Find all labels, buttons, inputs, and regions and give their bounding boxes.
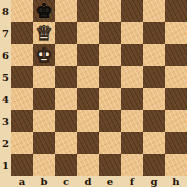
square-f3[interactable] xyxy=(121,110,143,132)
chess-board: ♚♛♚ xyxy=(11,0,187,176)
square-e7[interactable] xyxy=(99,22,121,44)
square-e5[interactable] xyxy=(99,66,121,88)
square-d1[interactable] xyxy=(77,154,99,176)
square-b6[interactable]: ♚ xyxy=(33,44,55,66)
file-label-d: d xyxy=(77,176,99,187)
file-labels: abcdefgh xyxy=(11,176,187,187)
square-e3[interactable] xyxy=(99,110,121,132)
square-b8[interactable]: ♚ xyxy=(33,0,55,22)
square-g7[interactable] xyxy=(143,22,165,44)
square-g8[interactable] xyxy=(143,0,165,22)
square-a7[interactable] xyxy=(11,22,33,44)
square-b1[interactable] xyxy=(33,154,55,176)
square-c8[interactable] xyxy=(55,0,77,22)
square-g5[interactable] xyxy=(143,66,165,88)
square-f2[interactable] xyxy=(121,132,143,154)
file-label-g: g xyxy=(143,176,165,187)
file-label-a: a xyxy=(11,176,33,187)
square-g4[interactable] xyxy=(143,88,165,110)
square-b2[interactable] xyxy=(33,132,55,154)
rank-label-3: 3 xyxy=(0,110,11,132)
square-b4[interactable] xyxy=(33,88,55,110)
square-b7[interactable]: ♛ xyxy=(33,22,55,44)
square-c3[interactable] xyxy=(55,110,77,132)
square-c5[interactable] xyxy=(55,66,77,88)
rank-labels: 87654321 xyxy=(0,0,11,176)
square-d8[interactable] xyxy=(77,0,99,22)
file-label-f: f xyxy=(121,176,143,187)
chess-board-window: 87654321 ♚♛♚ abcdefgh xyxy=(0,0,187,187)
file-label-e: e xyxy=(99,176,121,187)
square-h3[interactable] xyxy=(165,110,187,132)
square-c1[interactable] xyxy=(55,154,77,176)
square-e4[interactable] xyxy=(99,88,121,110)
square-e1[interactable] xyxy=(99,154,121,176)
square-d2[interactable] xyxy=(77,132,99,154)
rank-label-4: 4 xyxy=(0,88,11,110)
rank-label-2: 2 xyxy=(0,132,11,154)
square-d5[interactable] xyxy=(77,66,99,88)
square-f8[interactable] xyxy=(121,0,143,22)
square-d7[interactable] xyxy=(77,22,99,44)
square-a2[interactable] xyxy=(11,132,33,154)
square-c7[interactable] xyxy=(55,22,77,44)
square-f4[interactable] xyxy=(121,88,143,110)
square-c4[interactable] xyxy=(55,88,77,110)
square-a4[interactable] xyxy=(11,88,33,110)
square-a5[interactable] xyxy=(11,66,33,88)
square-h5[interactable] xyxy=(165,66,187,88)
square-a1[interactable] xyxy=(11,154,33,176)
square-f7[interactable] xyxy=(121,22,143,44)
black-king[interactable]: ♚ xyxy=(33,0,55,22)
square-g2[interactable] xyxy=(143,132,165,154)
square-h2[interactable] xyxy=(165,132,187,154)
square-d6[interactable] xyxy=(77,44,99,66)
square-a3[interactable] xyxy=(11,110,33,132)
rank-label-7: 7 xyxy=(0,22,11,44)
square-g3[interactable] xyxy=(143,110,165,132)
rank-label-6: 6 xyxy=(0,44,11,66)
file-label-h: h xyxy=(165,176,187,187)
square-c6[interactable] xyxy=(55,44,77,66)
square-b5[interactable] xyxy=(33,66,55,88)
white-queen[interactable]: ♛ xyxy=(33,22,55,44)
square-a6[interactable] xyxy=(11,44,33,66)
square-h4[interactable] xyxy=(165,88,187,110)
square-f1[interactable] xyxy=(121,154,143,176)
square-f5[interactable] xyxy=(121,66,143,88)
square-h7[interactable] xyxy=(165,22,187,44)
file-label-c: c xyxy=(55,176,77,187)
square-h6[interactable] xyxy=(165,44,187,66)
square-c2[interactable] xyxy=(55,132,77,154)
square-e8[interactable] xyxy=(99,0,121,22)
square-g6[interactable] xyxy=(143,44,165,66)
rank-label-1: 1 xyxy=(0,154,11,176)
rank-label-8: 8 xyxy=(0,0,11,22)
file-label-b: b xyxy=(33,176,55,187)
square-d3[interactable] xyxy=(77,110,99,132)
white-king[interactable]: ♚ xyxy=(33,44,55,66)
rank-label-5: 5 xyxy=(0,66,11,88)
square-d4[interactable] xyxy=(77,88,99,110)
square-h1[interactable] xyxy=(165,154,187,176)
square-a8[interactable] xyxy=(11,0,33,22)
square-h8[interactable] xyxy=(165,0,187,22)
square-f6[interactable] xyxy=(121,44,143,66)
square-e2[interactable] xyxy=(99,132,121,154)
square-g1[interactable] xyxy=(143,154,165,176)
square-e6[interactable] xyxy=(99,44,121,66)
square-b3[interactable] xyxy=(33,110,55,132)
